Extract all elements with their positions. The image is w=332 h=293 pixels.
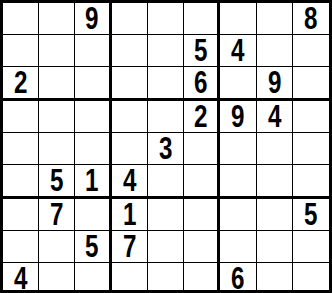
sudoku-cell[interactable] [184,3,220,35]
sudoku-cell[interactable]: 5 [39,165,75,199]
sudoku-cell[interactable]: 8 [293,3,329,35]
sudoku-cell[interactable] [148,263,184,293]
sudoku-cell[interactable] [39,35,75,67]
sudoku-cell[interactable] [148,67,184,101]
sudoku-cell[interactable] [293,263,329,293]
sudoku-board: 985426929435147155746 [0,0,332,293]
sudoku-cell[interactable] [184,133,220,165]
sudoku-cell[interactable] [112,3,148,35]
cell-digit: 2 [194,101,207,132]
sudoku-cell[interactable] [148,35,184,67]
sudoku-cell[interactable] [3,35,39,67]
sudoku-cell[interactable] [3,133,39,165]
sudoku-cell[interactable] [3,101,39,133]
cell-digit: 4 [267,101,280,132]
sudoku-cell[interactable] [75,67,111,101]
sudoku-cell[interactable] [293,101,329,133]
sudoku-cell[interactable] [293,133,329,165]
sudoku-cell[interactable] [293,231,329,263]
sudoku-cell[interactable] [112,67,148,101]
sudoku-cell[interactable] [257,199,293,231]
sudoku-cell[interactable] [220,199,256,231]
sudoku-cell[interactable]: 7 [112,231,148,263]
sudoku-cell[interactable] [39,231,75,263]
sudoku-cell[interactable] [293,35,329,67]
sudoku-cell[interactable]: 6 [184,67,220,101]
sudoku-cell[interactable] [3,3,39,35]
sudoku-cell[interactable] [257,3,293,35]
cell-digit: 9 [267,67,280,98]
sudoku-cell[interactable] [75,101,111,133]
sudoku-cell[interactable]: 4 [257,101,293,133]
sudoku-cell[interactable]: 4 [220,35,256,67]
sudoku-cell[interactable]: 5 [75,231,111,263]
sudoku-cell[interactable] [75,263,111,293]
sudoku-cell[interactable]: 2 [184,101,220,133]
sudoku-cell[interactable] [112,263,148,293]
cell-digit: 5 [85,231,98,262]
cell-digit: 6 [194,67,207,98]
sudoku-cell[interactable]: 1 [112,199,148,231]
sudoku-cell[interactable] [3,231,39,263]
sudoku-cell[interactable] [184,263,220,293]
sudoku-cell[interactable]: 9 [220,101,256,133]
sudoku-cell[interactable] [112,101,148,133]
sudoku-cell[interactable] [148,231,184,263]
sudoku-cell[interactable] [75,133,111,165]
sudoku-cell[interactable] [184,199,220,231]
sudoku-cell[interactable]: 7 [39,199,75,231]
cell-digit: 9 [231,101,244,132]
cell-digit: 4 [123,165,136,196]
sudoku-cell[interactable] [75,199,111,231]
sudoku-cell[interactable] [293,165,329,199]
sudoku-cell[interactable] [75,35,111,67]
sudoku-cell[interactable]: 5 [184,35,220,67]
cell-digit: 4 [14,263,27,293]
cell-digit: 1 [123,199,136,230]
sudoku-cell[interactable] [112,35,148,67]
cell-digit: 7 [50,199,63,230]
sudoku-cell[interactable] [148,165,184,199]
sudoku-cell[interactable]: 2 [3,67,39,101]
sudoku-cell[interactable] [184,165,220,199]
cell-digit: 5 [194,35,207,66]
sudoku-cell[interactable] [220,67,256,101]
cell-digit: 4 [231,35,244,66]
sudoku-cell[interactable] [148,199,184,231]
sudoku-cell[interactable] [257,35,293,67]
sudoku-cell[interactable] [184,231,220,263]
sudoku-cell[interactable]: 4 [112,165,148,199]
sudoku-cell[interactable] [39,101,75,133]
sudoku-cell[interactable]: 9 [257,67,293,101]
cell-digit: 7 [123,231,136,262]
sudoku-cell[interactable] [39,263,75,293]
cell-digit: 5 [50,165,63,196]
sudoku-cell[interactable]: 5 [293,199,329,231]
sudoku-cell[interactable]: 9 [75,3,111,35]
sudoku-cell[interactable] [220,231,256,263]
cell-digit: 3 [159,133,172,164]
sudoku-cell[interactable] [257,231,293,263]
sudoku-cell[interactable] [257,263,293,293]
sudoku-cell[interactable] [220,165,256,199]
sudoku-cell[interactable] [293,67,329,101]
sudoku-cell[interactable]: 1 [75,165,111,199]
sudoku-cell[interactable] [39,133,75,165]
sudoku-cell[interactable] [3,165,39,199]
cell-digit: 8 [304,3,317,34]
cell-digit: 5 [304,199,317,230]
cell-digit: 9 [85,3,98,34]
cell-digit: 6 [231,263,244,293]
sudoku-cell[interactable]: 3 [148,133,184,165]
sudoku-cell[interactable] [112,133,148,165]
sudoku-cell[interactable] [39,67,75,101]
sudoku-cell[interactable]: 4 [3,263,39,293]
sudoku-cell[interactable] [257,165,293,199]
sudoku-cell[interactable] [257,133,293,165]
sudoku-cell[interactable]: 6 [220,263,256,293]
sudoku-cell[interactable] [39,3,75,35]
cell-digit: 1 [85,165,98,196]
sudoku-cell[interactable] [148,3,184,35]
sudoku-cell[interactable] [220,3,256,35]
sudoku-cell[interactable] [148,101,184,133]
cell-digit: 2 [14,67,27,98]
sudoku-cell[interactable] [3,199,39,231]
sudoku-cell[interactable] [220,133,256,165]
